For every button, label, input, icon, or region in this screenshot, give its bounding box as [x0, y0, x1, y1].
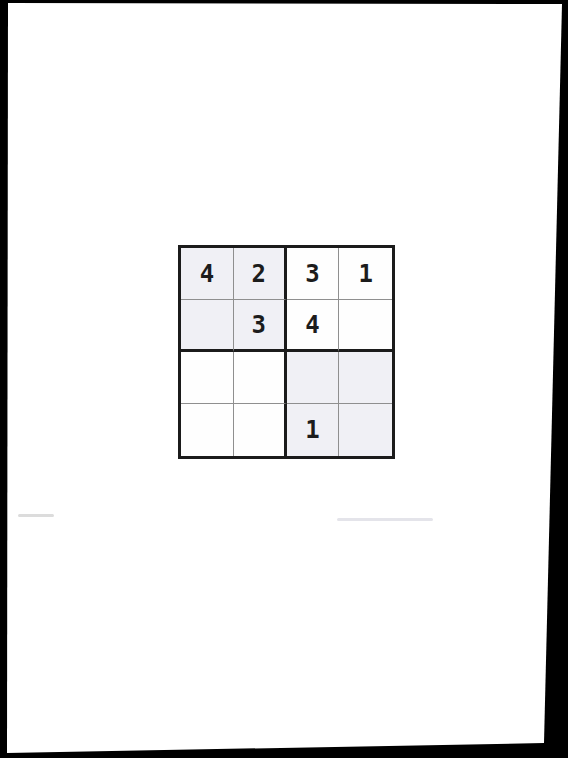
cell-r3c1[interactable]: [181, 352, 234, 404]
cell-r4c2[interactable]: [234, 404, 287, 456]
scan-artifact-left: [18, 514, 54, 517]
cell-r2c1[interactable]: [181, 300, 234, 352]
cell-r1c3: 3: [287, 248, 340, 300]
cell-r1c1: 4: [181, 248, 234, 300]
cell-r4c1[interactable]: [181, 404, 234, 456]
cell-r1c2: 2: [234, 248, 287, 300]
cell-r2c4[interactable]: [339, 300, 392, 352]
cell-r2c2: 3: [234, 300, 287, 352]
cell-r3c3[interactable]: [287, 352, 340, 404]
worksheet-page: 4231341: [0, 0, 568, 758]
cell-r1c4: 1: [339, 248, 392, 300]
cell-r4c4[interactable]: [339, 404, 392, 456]
cell-r3c2[interactable]: [234, 352, 287, 404]
cell-r4c3: 1: [287, 404, 340, 456]
scanned-worksheet: { "game": "sudoku-4x4", "position": "423…: [0, 0, 568, 758]
scan-artifact-right: [337, 518, 433, 521]
cell-r2c3: 4: [287, 300, 340, 352]
cell-r3c4[interactable]: [339, 352, 392, 404]
sudoku-board: 4231341: [178, 245, 395, 459]
